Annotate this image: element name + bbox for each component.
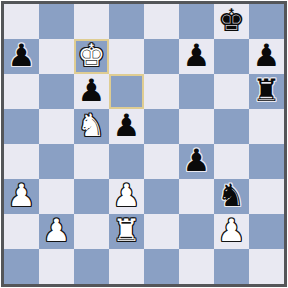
piece-white-rook[interactable]: ♜ xyxy=(113,214,141,248)
piece-black-king[interactable]: ♚ xyxy=(218,4,246,38)
square-h6[interactable]: ♜ xyxy=(249,74,284,109)
square-c3[interactable] xyxy=(74,179,109,214)
piece-white-knight[interactable]: ♞ xyxy=(78,109,106,143)
square-c4[interactable] xyxy=(74,144,109,179)
square-b1[interactable] xyxy=(39,249,74,284)
square-e6[interactable] xyxy=(144,74,179,109)
square-h8[interactable] xyxy=(249,4,284,39)
square-e3[interactable] xyxy=(144,179,179,214)
square-d6[interactable] xyxy=(109,74,144,109)
piece-black-pawn[interactable]: ♟ xyxy=(78,74,106,108)
piece-black-pawn[interactable]: ♟ xyxy=(253,39,281,73)
square-c8[interactable] xyxy=(74,4,109,39)
square-h7[interactable]: ♟ xyxy=(249,39,284,74)
piece-black-pawn[interactable]: ♟ xyxy=(8,39,36,73)
piece-black-pawn[interactable]: ♟ xyxy=(113,109,141,143)
square-e8[interactable] xyxy=(144,4,179,39)
square-e4[interactable] xyxy=(144,144,179,179)
square-a1[interactable] xyxy=(4,249,39,284)
square-h1[interactable] xyxy=(249,249,284,284)
square-g6[interactable] xyxy=(214,74,249,109)
square-f4[interactable]: ♟ xyxy=(179,144,214,179)
square-d8[interactable] xyxy=(109,4,144,39)
square-d7[interactable] xyxy=(109,39,144,74)
square-f7[interactable]: ♟ xyxy=(179,39,214,74)
square-a7[interactable]: ♟ xyxy=(4,39,39,74)
board-frame: ♚♟♚♟♟♟♜♞♟♟♟♟♞♟♜♟ xyxy=(1,1,287,287)
piece-white-pawn[interactable]: ♟ xyxy=(8,179,36,213)
square-b2[interactable]: ♟ xyxy=(39,214,74,249)
square-a2[interactable] xyxy=(4,214,39,249)
square-g3[interactable]: ♞ xyxy=(214,179,249,214)
piece-white-pawn[interactable]: ♟ xyxy=(113,179,141,213)
square-b5[interactable] xyxy=(39,109,74,144)
square-f6[interactable] xyxy=(179,74,214,109)
square-e2[interactable] xyxy=(144,214,179,249)
piece-black-rook[interactable]: ♜ xyxy=(253,74,281,108)
square-c6[interactable]: ♟ xyxy=(74,74,109,109)
square-h3[interactable] xyxy=(249,179,284,214)
square-e5[interactable] xyxy=(144,109,179,144)
square-a4[interactable] xyxy=(4,144,39,179)
square-h4[interactable] xyxy=(249,144,284,179)
square-b7[interactable] xyxy=(39,39,74,74)
square-g5[interactable] xyxy=(214,109,249,144)
square-b4[interactable] xyxy=(39,144,74,179)
square-f1[interactable] xyxy=(179,249,214,284)
square-d5[interactable]: ♟ xyxy=(109,109,144,144)
piece-white-king[interactable]: ♚ xyxy=(78,39,106,73)
square-b3[interactable] xyxy=(39,179,74,214)
piece-white-pawn[interactable]: ♟ xyxy=(218,214,246,248)
square-g2[interactable]: ♟ xyxy=(214,214,249,249)
square-d1[interactable] xyxy=(109,249,144,284)
square-f5[interactable] xyxy=(179,109,214,144)
square-f8[interactable] xyxy=(179,4,214,39)
square-a8[interactable] xyxy=(4,4,39,39)
square-h2[interactable] xyxy=(249,214,284,249)
piece-white-pawn[interactable]: ♟ xyxy=(43,214,71,248)
square-f3[interactable] xyxy=(179,179,214,214)
square-d4[interactable] xyxy=(109,144,144,179)
piece-black-knight[interactable]: ♞ xyxy=(218,179,246,213)
square-h5[interactable] xyxy=(249,109,284,144)
square-c2[interactable] xyxy=(74,214,109,249)
square-f2[interactable] xyxy=(179,214,214,249)
piece-black-pawn[interactable]: ♟ xyxy=(183,144,211,178)
square-g1[interactable] xyxy=(214,249,249,284)
piece-black-pawn[interactable]: ♟ xyxy=(183,39,211,73)
square-a5[interactable] xyxy=(4,109,39,144)
square-e7[interactable] xyxy=(144,39,179,74)
square-g7[interactable] xyxy=(214,39,249,74)
square-c1[interactable] xyxy=(74,249,109,284)
square-a6[interactable] xyxy=(4,74,39,109)
square-c5[interactable]: ♞ xyxy=(74,109,109,144)
square-e1[interactable] xyxy=(144,249,179,284)
chess-board: ♚♟♚♟♟♟♜♞♟♟♟♟♞♟♜♟ xyxy=(4,4,284,284)
square-b8[interactable] xyxy=(39,4,74,39)
square-g8[interactable]: ♚ xyxy=(214,4,249,39)
chess-diagram: ♚♟♚♟♟♟♜♞♟♟♟♟♞♟♜♟ xyxy=(0,0,288,288)
square-g4[interactable] xyxy=(214,144,249,179)
square-c7[interactable]: ♚ xyxy=(74,39,109,74)
square-a3[interactable]: ♟ xyxy=(4,179,39,214)
square-b6[interactable] xyxy=(39,74,74,109)
square-d3[interactable]: ♟ xyxy=(109,179,144,214)
square-d2[interactable]: ♜ xyxy=(109,214,144,249)
